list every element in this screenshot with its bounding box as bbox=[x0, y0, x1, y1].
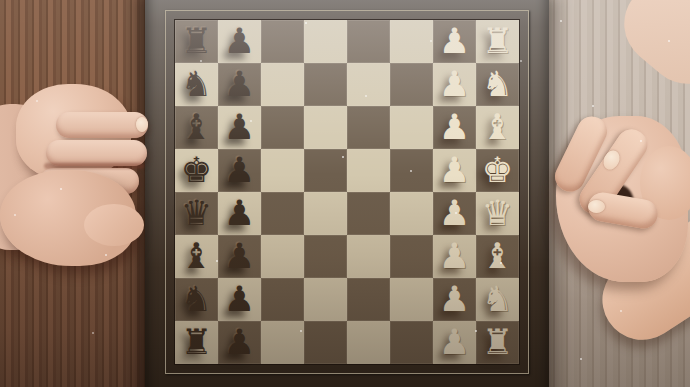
square-f8[interactable]: ♝ bbox=[175, 106, 218, 149]
square-e3[interactable] bbox=[390, 149, 433, 192]
square-a6[interactable] bbox=[261, 321, 304, 364]
piece-b8[interactable]: ♞ bbox=[175, 278, 218, 321]
square-b5[interactable] bbox=[304, 278, 347, 321]
square-e8[interactable]: ♚ bbox=[175, 149, 218, 192]
piece-c1[interactable]: ♝ bbox=[476, 235, 519, 278]
square-h7[interactable]: ♟ bbox=[218, 20, 261, 63]
left-player-thumb bbox=[84, 204, 144, 246]
square-g8[interactable]: ♞ bbox=[175, 63, 218, 106]
square-d8[interactable]: ♛ bbox=[175, 192, 218, 235]
square-d1[interactable]: ♛ bbox=[476, 192, 519, 235]
square-b2[interactable]: ♟ bbox=[433, 278, 476, 321]
square-d6[interactable] bbox=[261, 192, 304, 235]
piece-h8[interactable]: ♜ bbox=[175, 20, 218, 63]
piece-e8[interactable]: ♚ bbox=[175, 149, 218, 192]
square-a4[interactable] bbox=[347, 321, 390, 364]
square-h3[interactable] bbox=[390, 20, 433, 63]
piece-a7[interactable]: ♟ bbox=[218, 321, 261, 364]
left-player-fingernail bbox=[136, 117, 148, 132]
square-b1[interactable]: ♞ bbox=[476, 278, 519, 321]
square-c1[interactable]: ♝ bbox=[476, 235, 519, 278]
square-e7[interactable]: ♟ bbox=[218, 149, 261, 192]
square-a3[interactable] bbox=[390, 321, 433, 364]
square-b6[interactable] bbox=[261, 278, 304, 321]
square-f1[interactable]: ♝ bbox=[476, 106, 519, 149]
square-b7[interactable]: ♟ bbox=[218, 278, 261, 321]
piece-c2[interactable]: ♟ bbox=[433, 235, 476, 278]
square-a7[interactable]: ♟ bbox=[218, 321, 261, 364]
square-c8[interactable]: ♝ bbox=[175, 235, 218, 278]
piece-e7[interactable]: ♟ bbox=[218, 149, 261, 192]
piece-f2[interactable]: ♟ bbox=[433, 106, 476, 149]
square-d5[interactable] bbox=[304, 192, 347, 235]
square-d4[interactable] bbox=[347, 192, 390, 235]
square-h4[interactable] bbox=[347, 20, 390, 63]
square-b4[interactable] bbox=[347, 278, 390, 321]
piece-a2[interactable]: ♟ bbox=[433, 321, 476, 364]
piece-b7[interactable]: ♟ bbox=[218, 278, 261, 321]
piece-f1[interactable]: ♝ bbox=[476, 106, 519, 149]
left-player-hand-crease bbox=[44, 163, 144, 169]
square-c3[interactable] bbox=[390, 235, 433, 278]
square-g6[interactable] bbox=[261, 63, 304, 106]
square-a1[interactable]: ♜ bbox=[476, 321, 519, 364]
square-g4[interactable] bbox=[347, 63, 390, 106]
left-player-finger bbox=[56, 112, 148, 138]
piece-h2[interactable]: ♟ bbox=[433, 20, 476, 63]
piece-c8[interactable]: ♝ bbox=[175, 235, 218, 278]
piece-d7[interactable]: ♟ bbox=[218, 192, 261, 235]
square-d7[interactable]: ♟ bbox=[218, 192, 261, 235]
chess-photo-scene: ♜♟♟♜♞♟♟♞♝♟♟♝♚♟♟♚♛♟♟♛♝♟♟♝♞♟♟♞♜♟♟♜ bbox=[0, 0, 690, 387]
piece-a8[interactable]: ♜ bbox=[175, 321, 218, 364]
square-f7[interactable]: ♟ bbox=[218, 106, 261, 149]
board-grid: ♜♟♟♜♞♟♟♞♝♟♟♝♚♟♟♚♛♟♟♛♝♟♟♝♞♟♟♞♜♟♟♜ bbox=[175, 20, 519, 364]
piece-g7[interactable]: ♟ bbox=[218, 63, 261, 106]
square-f2[interactable]: ♟ bbox=[433, 106, 476, 149]
square-a5[interactable] bbox=[304, 321, 347, 364]
piece-d1[interactable]: ♛ bbox=[476, 192, 519, 235]
piece-e1[interactable]: ♚ bbox=[476, 149, 519, 192]
square-h1[interactable]: ♜ bbox=[476, 20, 519, 63]
square-f4[interactable] bbox=[347, 106, 390, 149]
square-b8[interactable]: ♞ bbox=[175, 278, 218, 321]
square-d3[interactable] bbox=[390, 192, 433, 235]
square-g2[interactable]: ♟ bbox=[433, 63, 476, 106]
square-a8[interactable]: ♜ bbox=[175, 321, 218, 364]
piece-d8[interactable]: ♛ bbox=[175, 192, 218, 235]
square-e2[interactable]: ♟ bbox=[433, 149, 476, 192]
square-g5[interactable] bbox=[304, 63, 347, 106]
square-f5[interactable] bbox=[304, 106, 347, 149]
square-c2[interactable]: ♟ bbox=[433, 235, 476, 278]
square-e1[interactable]: ♚ bbox=[476, 149, 519, 192]
square-g3[interactable] bbox=[390, 63, 433, 106]
square-f6[interactable] bbox=[261, 106, 304, 149]
piece-e2[interactable]: ♟ bbox=[433, 149, 476, 192]
square-a2[interactable]: ♟ bbox=[433, 321, 476, 364]
square-c6[interactable] bbox=[261, 235, 304, 278]
square-e5[interactable] bbox=[304, 149, 347, 192]
piece-f8[interactable]: ♝ bbox=[175, 106, 218, 149]
piece-b2[interactable]: ♟ bbox=[433, 278, 476, 321]
chess-board: ♜♟♟♜♞♟♟♞♝♟♟♝♚♟♟♚♛♟♟♛♝♟♟♝♞♟♟♞♜♟♟♜ bbox=[145, 0, 549, 387]
piece-h7[interactable]: ♟ bbox=[218, 20, 261, 63]
square-h2[interactable]: ♟ bbox=[433, 20, 476, 63]
piece-h1[interactable]: ♜ bbox=[476, 20, 519, 63]
square-c4[interactable] bbox=[347, 235, 390, 278]
square-g1[interactable]: ♞ bbox=[476, 63, 519, 106]
square-f3[interactable] bbox=[390, 106, 433, 149]
piece-g1[interactable]: ♞ bbox=[476, 63, 519, 106]
piece-d2[interactable]: ♟ bbox=[433, 192, 476, 235]
piece-b1[interactable]: ♞ bbox=[476, 278, 519, 321]
piece-a1[interactable]: ♜ bbox=[476, 321, 519, 364]
square-h6[interactable] bbox=[261, 20, 304, 63]
square-h5[interactable] bbox=[304, 20, 347, 63]
square-c5[interactable] bbox=[304, 235, 347, 278]
square-h8[interactable]: ♜ bbox=[175, 20, 218, 63]
square-b3[interactable] bbox=[390, 278, 433, 321]
square-d2[interactable]: ♟ bbox=[433, 192, 476, 235]
square-e4[interactable] bbox=[347, 149, 390, 192]
square-c7[interactable]: ♟ bbox=[218, 235, 261, 278]
square-g7[interactable]: ♟ bbox=[218, 63, 261, 106]
piece-g2[interactable]: ♟ bbox=[433, 63, 476, 106]
piece-c7[interactable]: ♟ bbox=[218, 235, 261, 278]
square-e6[interactable] bbox=[261, 149, 304, 192]
piece-f7[interactable]: ♟ bbox=[218, 106, 261, 149]
piece-g8[interactable]: ♞ bbox=[175, 63, 218, 106]
right-player-fingernail bbox=[588, 200, 605, 213]
